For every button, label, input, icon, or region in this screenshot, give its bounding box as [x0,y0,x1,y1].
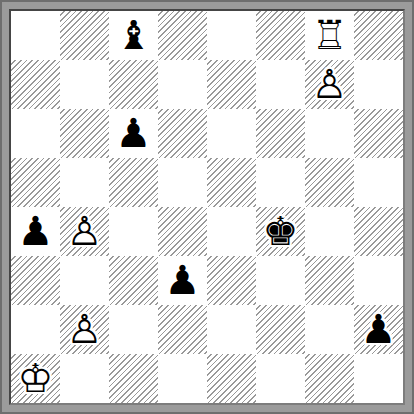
square-g1[interactable] [305,354,354,403]
square-d2[interactable] [158,305,207,354]
square-e7[interactable] [207,60,256,109]
square-h3[interactable] [354,256,403,305]
piece-glyph: ♟ [11,207,60,256]
piece-glyph: ♚ [256,207,305,256]
square-f3[interactable] [256,256,305,305]
square-h1[interactable] [354,354,403,403]
square-h4[interactable] [354,207,403,256]
square-f1[interactable] [256,354,305,403]
square-e3[interactable] [207,256,256,305]
black-bishop: ♝♝ [109,11,158,60]
black-pawn: ♟♟ [11,207,60,256]
square-e4[interactable] [207,207,256,256]
board-frame-outer: ♝♝♜♖♟♙♟♟♟♟♟♙♚♚♟♟♟♙♟♟♚♔ [0,0,414,414]
square-g8[interactable]: ♜♖ [305,11,354,60]
square-g6[interactable] [305,109,354,158]
black-king: ♚♚ [256,207,305,256]
square-h8[interactable] [354,11,403,60]
square-b6[interactable] [60,109,109,158]
square-c5[interactable] [109,158,158,207]
square-d7[interactable] [158,60,207,109]
square-a8[interactable] [11,11,60,60]
square-d5[interactable] [158,158,207,207]
black-pawn: ♟♟ [354,305,403,354]
square-c6[interactable]: ♟♟ [109,109,158,158]
square-d6[interactable] [158,109,207,158]
square-g3[interactable] [305,256,354,305]
board-frame-mid: ♝♝♜♖♟♙♟♟♟♟♟♙♚♚♟♟♟♙♟♟♚♔ [2,2,412,412]
white-pawn: ♟♙ [305,60,354,109]
square-d8[interactable] [158,11,207,60]
white-pawn: ♟♙ [60,207,109,256]
square-a3[interactable] [11,256,60,305]
piece-glyph: ♙ [305,60,354,109]
square-a4[interactable]: ♟♟ [11,207,60,256]
square-h5[interactable] [354,158,403,207]
square-a1[interactable]: ♚♔ [11,354,60,403]
square-a5[interactable] [11,158,60,207]
square-c2[interactable] [109,305,158,354]
square-b7[interactable] [60,60,109,109]
black-pawn: ♟♟ [109,109,158,158]
square-b2[interactable]: ♟♙ [60,305,109,354]
piece-glyph: ♔ [11,354,60,403]
square-f5[interactable] [256,158,305,207]
square-a2[interactable] [11,305,60,354]
square-f8[interactable] [256,11,305,60]
square-f6[interactable] [256,109,305,158]
black-pawn: ♟♟ [158,256,207,305]
square-c1[interactable] [109,354,158,403]
piece-glyph: ♖ [305,11,354,60]
white-king: ♚♔ [11,354,60,403]
chess-board: ♝♝♜♖♟♙♟♟♟♟♟♙♚♚♟♟♟♙♟♟♚♔ [11,11,403,403]
chess-diagram: ♝♝♜♖♟♙♟♟♟♟♟♙♚♚♟♟♟♙♟♟♚♔ [0,0,414,414]
white-rook: ♜♖ [305,11,354,60]
piece-glyph: ♙ [60,207,109,256]
square-f4[interactable]: ♚♚ [256,207,305,256]
square-g5[interactable] [305,158,354,207]
board-frame-inner: ♝♝♜♖♟♙♟♟♟♟♟♙♚♚♟♟♟♙♟♟♚♔ [9,9,405,405]
square-c3[interactable] [109,256,158,305]
square-b8[interactable] [60,11,109,60]
piece-glyph: ♝ [109,11,158,60]
square-e2[interactable] [207,305,256,354]
piece-glyph: ♙ [60,305,109,354]
square-g4[interactable] [305,207,354,256]
piece-glyph: ♟ [158,256,207,305]
square-e6[interactable] [207,109,256,158]
square-e5[interactable] [207,158,256,207]
square-g2[interactable] [305,305,354,354]
square-c7[interactable] [109,60,158,109]
square-f2[interactable] [256,305,305,354]
square-h7[interactable] [354,60,403,109]
piece-glyph: ♟ [109,109,158,158]
square-a6[interactable] [11,109,60,158]
square-c4[interactable] [109,207,158,256]
square-b3[interactable] [60,256,109,305]
square-b4[interactable]: ♟♙ [60,207,109,256]
square-b1[interactable] [60,354,109,403]
square-g7[interactable]: ♟♙ [305,60,354,109]
square-c8[interactable]: ♝♝ [109,11,158,60]
piece-glyph: ♟ [354,305,403,354]
square-d3[interactable]: ♟♟ [158,256,207,305]
square-e8[interactable] [207,11,256,60]
square-a7[interactable] [11,60,60,109]
square-d1[interactable] [158,354,207,403]
square-h6[interactable] [354,109,403,158]
square-f7[interactable] [256,60,305,109]
square-e1[interactable] [207,354,256,403]
square-b5[interactable] [60,158,109,207]
white-pawn: ♟♙ [60,305,109,354]
square-d4[interactable] [158,207,207,256]
square-h2[interactable]: ♟♟ [354,305,403,354]
